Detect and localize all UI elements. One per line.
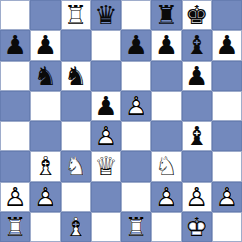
square-c7[interactable] <box>61 30 91 60</box>
piece-outline: ♙ <box>30 182 60 212</box>
piece-body: ♞ <box>30 61 60 91</box>
piece-outline: ♖ <box>121 212 151 242</box>
piece-outline: ♙ <box>121 91 151 121</box>
white-pawn-piece[interactable]: ♟♙ <box>0 182 30 212</box>
black-knight-piece[interactable]: ♞ <box>61 61 91 91</box>
square-d7[interactable] <box>91 30 121 60</box>
square-a6[interactable] <box>0 61 30 91</box>
square-d1[interactable] <box>91 212 121 242</box>
square-d4[interactable]: ♟♙ <box>91 121 121 151</box>
square-d3[interactable]: ♛♕ <box>91 151 121 181</box>
piece-body: ♟ <box>151 30 181 60</box>
piece-body: ♞ <box>61 61 91 91</box>
black-pawn-piece[interactable]: ♟ <box>0 30 30 60</box>
black-pawn-piece[interactable]: ♟ <box>151 30 181 60</box>
piece-outline: ♖ <box>0 212 30 242</box>
square-b6[interactable]: ♞ <box>30 61 60 91</box>
white-knight-piece[interactable]: ♞♘ <box>151 151 181 181</box>
black-pawn-piece[interactable]: ♟ <box>30 30 60 60</box>
piece-outline: ♗ <box>61 212 91 242</box>
square-g5[interactable] <box>182 91 212 121</box>
square-g1[interactable]: ♚♔ <box>182 212 212 242</box>
square-a4[interactable] <box>0 121 30 151</box>
square-e2[interactable] <box>121 182 151 212</box>
piece-outline: ♙ <box>0 182 30 212</box>
square-h4[interactable] <box>212 121 242 151</box>
piece-outline: ♙ <box>212 182 242 212</box>
square-a8[interactable] <box>0 0 30 30</box>
chess-board: ♜♖♛♜♚♟♟♟♟♝♟♞♞♟♟♟♙♟♙♝♝♗♞♘♛♕♞♘♟♙♟♙♟♙♟♙♟♙♜♖… <box>0 0 242 242</box>
piece-body: ♜ <box>151 0 181 30</box>
square-f1[interactable] <box>151 212 181 242</box>
square-a2[interactable]: ♟♙ <box>0 182 30 212</box>
black-bishop-piece[interactable]: ♝ <box>182 121 212 151</box>
piece-body: ♟ <box>0 30 30 60</box>
piece-body: ♝ <box>182 121 212 151</box>
white-pawn-piece[interactable]: ♟♙ <box>212 182 242 212</box>
piece-outline: ♙ <box>151 182 181 212</box>
square-e6[interactable] <box>121 61 151 91</box>
square-h1[interactable] <box>212 212 242 242</box>
white-rook-piece[interactable]: ♜♖ <box>61 0 91 30</box>
square-b1[interactable] <box>30 212 60 242</box>
white-pawn-piece[interactable]: ♟♙ <box>182 182 212 212</box>
square-c2[interactable] <box>61 182 91 212</box>
square-f3[interactable]: ♞♘ <box>151 151 181 181</box>
piece-outline: ♘ <box>151 151 181 181</box>
square-e5[interactable]: ♟♙ <box>121 91 151 121</box>
white-bishop-piece[interactable]: ♝♗ <box>30 151 60 181</box>
square-a3[interactable] <box>0 151 30 181</box>
piece-outline: ♔ <box>182 212 212 242</box>
piece-outline: ♕ <box>91 151 121 181</box>
square-c3[interactable]: ♞♘ <box>61 151 91 181</box>
piece-outline: ♘ <box>61 151 91 181</box>
white-rook-piece[interactable]: ♜♖ <box>0 212 30 242</box>
black-queen-piece[interactable]: ♛ <box>91 0 121 30</box>
square-e1[interactable]: ♜♖ <box>121 212 151 242</box>
square-g6[interactable]: ♟ <box>182 61 212 91</box>
square-f5[interactable] <box>151 91 181 121</box>
square-h3[interactable] <box>212 151 242 181</box>
square-f7[interactable]: ♟ <box>151 30 181 60</box>
piece-body: ♟ <box>91 91 121 121</box>
square-e8[interactable] <box>121 0 151 30</box>
square-e4[interactable] <box>121 121 151 151</box>
square-d5[interactable]: ♟ <box>91 91 121 121</box>
square-c1[interactable]: ♝♗ <box>61 212 91 242</box>
square-a1[interactable]: ♜♖ <box>0 212 30 242</box>
piece-body: ♟ <box>30 30 60 60</box>
black-pawn-piece[interactable]: ♟ <box>182 61 212 91</box>
square-h2[interactable]: ♟♙ <box>212 182 242 212</box>
square-g2[interactable]: ♟♙ <box>182 182 212 212</box>
square-h6[interactable] <box>212 61 242 91</box>
square-f8[interactable]: ♜ <box>151 0 181 30</box>
white-knight-piece[interactable]: ♞♘ <box>61 151 91 181</box>
white-queen-piece[interactable]: ♛♕ <box>91 151 121 181</box>
square-h7[interactable]: ♟ <box>212 30 242 60</box>
square-e3[interactable] <box>121 151 151 181</box>
square-b7[interactable]: ♟ <box>30 30 60 60</box>
white-pawn-piece[interactable]: ♟♙ <box>121 91 151 121</box>
white-pawn-piece[interactable]: ♟♙ <box>151 182 181 212</box>
piece-outline: ♗ <box>30 151 60 181</box>
square-d6[interactable] <box>91 61 121 91</box>
square-e7[interactable]: ♟ <box>121 30 151 60</box>
square-h8[interactable] <box>212 0 242 30</box>
square-b4[interactable] <box>30 121 60 151</box>
white-pawn-piece[interactable]: ♟♙ <box>91 121 121 151</box>
white-pawn-piece[interactable]: ♟♙ <box>30 182 60 212</box>
black-knight-piece[interactable]: ♞ <box>30 61 60 91</box>
piece-body: ♟ <box>182 61 212 91</box>
black-king-piece[interactable]: ♚ <box>182 0 212 30</box>
square-c6[interactable]: ♞ <box>61 61 91 91</box>
square-a5[interactable] <box>0 91 30 121</box>
piece-body: ♚ <box>182 0 212 30</box>
square-h5[interactable] <box>212 91 242 121</box>
square-g7[interactable]: ♝ <box>182 30 212 60</box>
piece-body: ♝ <box>182 30 212 60</box>
piece-body: ♟ <box>212 30 242 60</box>
piece-body: ♛ <box>91 0 121 30</box>
piece-body: ♟ <box>121 30 151 60</box>
square-f4[interactable] <box>151 121 181 151</box>
piece-outline: ♖ <box>61 0 91 30</box>
black-pawn-piece[interactable]: ♟ <box>212 30 242 60</box>
square-d2[interactable] <box>91 182 121 212</box>
square-g3[interactable] <box>182 151 212 181</box>
white-bishop-piece[interactable]: ♝♗ <box>61 212 91 242</box>
piece-outline: ♙ <box>91 121 121 151</box>
square-c5[interactable] <box>61 91 91 121</box>
square-b2[interactable]: ♟♙ <box>30 182 60 212</box>
black-rook-piece[interactable]: ♜ <box>151 0 181 30</box>
square-b5[interactable] <box>30 91 60 121</box>
square-f2[interactable]: ♟♙ <box>151 182 181 212</box>
white-rook-piece[interactable]: ♜♖ <box>121 212 151 242</box>
square-g4[interactable]: ♝ <box>182 121 212 151</box>
black-pawn-piece[interactable]: ♟ <box>91 91 121 121</box>
black-pawn-piece[interactable]: ♟ <box>121 30 151 60</box>
square-c8[interactable]: ♜♖ <box>61 0 91 30</box>
square-b3[interactable]: ♝♗ <box>30 151 60 181</box>
white-king-piece[interactable]: ♚♔ <box>182 212 212 242</box>
square-c4[interactable] <box>61 121 91 151</box>
piece-outline: ♙ <box>182 182 212 212</box>
black-bishop-piece[interactable]: ♝ <box>182 30 212 60</box>
square-g8[interactable]: ♚ <box>182 0 212 30</box>
square-f6[interactable] <box>151 61 181 91</box>
square-a7[interactable]: ♟ <box>0 30 30 60</box>
square-d8[interactable]: ♛ <box>91 0 121 30</box>
square-b8[interactable] <box>30 0 60 30</box>
